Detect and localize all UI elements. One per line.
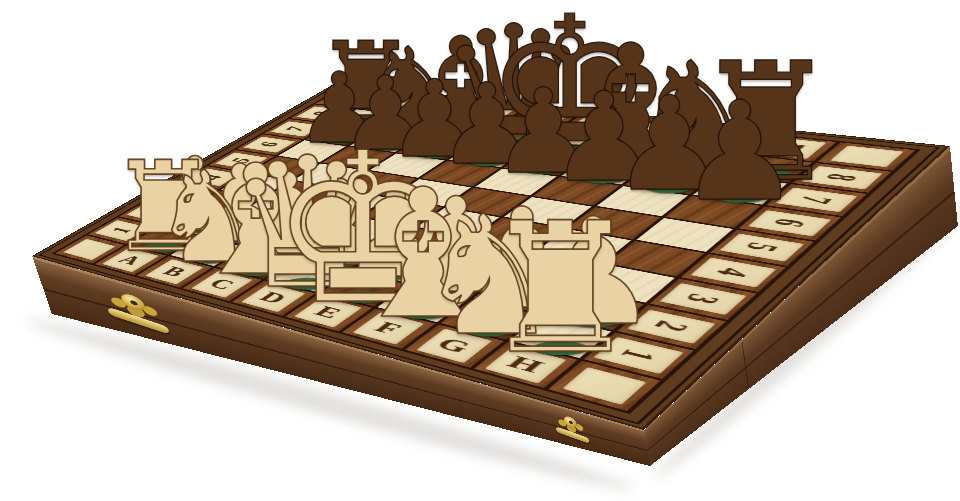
- pieces-layer: ♜♞♝♟♛♟♚♟♝♟♞♟♜♟♟♟♟♟♜♟♞♟♝♟♛♟♚♟♝♟♞♜: [0, 0, 960, 501]
- piece-glyph: ♟: [679, 84, 802, 221]
- piece-glyph: ♜: [480, 199, 641, 379]
- chess-set-photo: ABCDEFGH8877665544332211ABCDEFGH ♜♞♝♟♛♟♚…: [0, 0, 960, 501]
